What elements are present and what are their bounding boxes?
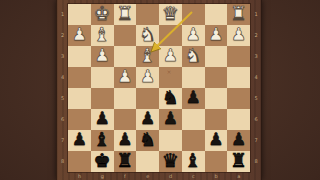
piece-black-rook: ♜ xyxy=(230,150,247,171)
rank-label-5: 5 xyxy=(57,88,68,109)
piece-white-pawn: ♟ xyxy=(72,24,87,45)
square-b5[interactable] xyxy=(205,88,228,109)
piece-black-pawn: ♟ xyxy=(117,129,132,150)
square-e1[interactable] xyxy=(136,4,159,25)
square-g1[interactable]: ♚ xyxy=(91,4,114,25)
square-g4[interactable] xyxy=(91,67,114,88)
square-f1[interactable]: ♜ xyxy=(114,4,137,25)
file-label-g: g xyxy=(91,172,114,180)
square-e2[interactable]: ♞ xyxy=(136,25,159,46)
piece-black-pawn: ♟ xyxy=(208,129,223,150)
piece-white-bishop: ♝ xyxy=(139,45,156,66)
square-f4[interactable]: ♟ xyxy=(114,67,137,88)
file-label-a: a xyxy=(227,172,250,180)
piece-black-pawn: ♟ xyxy=(95,108,110,129)
square-c4[interactable] xyxy=(182,67,205,88)
piece-black-king: ♚ xyxy=(94,150,111,171)
square-d8[interactable]: ♛ xyxy=(159,151,182,172)
square-b2[interactable]: ♟ xyxy=(205,25,228,46)
square-f7[interactable]: ♟ xyxy=(114,130,137,151)
square-f3[interactable] xyxy=(114,46,137,67)
rank-label-1: 1 xyxy=(250,4,262,25)
square-e3[interactable]: ♝ xyxy=(136,46,159,67)
square-g5[interactable] xyxy=(91,88,114,109)
rank-label-8: 8 xyxy=(57,151,68,172)
chess-board[interactable]: ♚♜♛♜♟♝♞♟♟♟♟♝♟♞♟♟♞♟♟♟♟♟♝♟♞♟♟♚♜♛♝♜ xyxy=(68,4,250,172)
square-d6[interactable]: ♟ xyxy=(159,109,182,130)
piece-black-bishop: ♝ xyxy=(185,150,202,171)
square-a4[interactable] xyxy=(227,67,250,88)
rank-label-1: 1 xyxy=(57,4,68,25)
piece-black-pawn: ♟ xyxy=(72,129,87,150)
square-a6[interactable] xyxy=(227,109,250,130)
square-h4[interactable] xyxy=(68,67,91,88)
rank-label-2: 2 xyxy=(250,25,262,46)
piece-white-pawn: ♟ xyxy=(231,24,246,45)
square-e7[interactable]: ♞ xyxy=(136,130,159,151)
rank-label-2: 2 xyxy=(57,25,68,46)
square-d1[interactable]: ♛ xyxy=(159,4,182,25)
square-h1[interactable] xyxy=(68,4,91,25)
rank-label-4: 4 xyxy=(250,67,262,88)
square-c3[interactable]: ♞ xyxy=(182,46,205,67)
piece-white-pawn: ♟ xyxy=(140,66,155,87)
square-a2[interactable]: ♟ xyxy=(227,25,250,46)
square-b8[interactable] xyxy=(205,151,228,172)
piece-white-rook: ♜ xyxy=(230,3,247,24)
piece-black-knight: ♞ xyxy=(139,129,156,150)
chess-diagram: ♚♜♛♜♟♝♞♟♟♟♟♝♟♞♟♟♞♟♟♟♟♟♝♟♞♟♟♚♜♛♝♜ 1122334… xyxy=(0,0,320,180)
square-a1[interactable]: ♜ xyxy=(227,4,250,25)
square-c8[interactable]: ♝ xyxy=(182,151,205,172)
square-d3[interactable]: ♟ xyxy=(159,46,182,67)
file-label-c: c xyxy=(182,172,205,180)
square-a5[interactable] xyxy=(227,88,250,109)
rank-label-7: 7 xyxy=(250,130,262,151)
square-f6[interactable] xyxy=(114,109,137,130)
square-a8[interactable]: ♜ xyxy=(227,151,250,172)
square-a7[interactable]: ♟ xyxy=(227,130,250,151)
square-f8[interactable]: ♜ xyxy=(114,151,137,172)
rank-label-6: 6 xyxy=(57,109,68,130)
piece-white-pawn: ♟ xyxy=(117,66,132,87)
square-h8[interactable] xyxy=(68,151,91,172)
piece-white-king: ♚ xyxy=(94,3,111,24)
square-h2[interactable]: ♟ xyxy=(68,25,91,46)
piece-white-knight: ♞ xyxy=(139,24,156,45)
square-f5[interactable] xyxy=(114,88,137,109)
piece-black-pawn: ♟ xyxy=(186,87,201,108)
rank-label-6: 6 xyxy=(250,109,262,130)
piece-black-pawn: ♟ xyxy=(140,108,155,129)
square-b3[interactable] xyxy=(205,46,228,67)
square-b4[interactable] xyxy=(205,67,228,88)
square-h7[interactable]: ♟ xyxy=(68,130,91,151)
rank-label-5: 5 xyxy=(250,88,262,109)
square-e4[interactable]: ♟ xyxy=(136,67,159,88)
piece-black-queen: ♛ xyxy=(162,150,179,171)
square-g7[interactable]: ♝ xyxy=(91,130,114,151)
square-a3[interactable] xyxy=(227,46,250,67)
square-d7[interactable] xyxy=(159,130,182,151)
square-d4[interactable] xyxy=(159,67,182,88)
square-b1[interactable] xyxy=(205,4,228,25)
square-b6[interactable] xyxy=(205,109,228,130)
square-e8[interactable] xyxy=(136,151,159,172)
square-c2[interactable]: ♟ xyxy=(182,25,205,46)
piece-white-bishop: ♝ xyxy=(94,24,111,45)
square-h5[interactable] xyxy=(68,88,91,109)
piece-black-pawn: ♟ xyxy=(163,108,178,129)
file-label-f: f xyxy=(114,172,137,180)
rank-label-4: 4 xyxy=(57,67,68,88)
square-e5[interactable] xyxy=(136,88,159,109)
piece-white-pawn: ♟ xyxy=(95,45,110,66)
square-g6[interactable]: ♟ xyxy=(91,109,114,130)
square-c7[interactable] xyxy=(182,130,205,151)
file-label-e: e xyxy=(136,172,159,180)
piece-white-pawn: ♟ xyxy=(163,45,178,66)
square-g2[interactable]: ♝ xyxy=(91,25,114,46)
square-d5[interactable]: ♞ xyxy=(159,88,182,109)
file-label-h: h xyxy=(68,172,91,180)
square-b7[interactable]: ♟ xyxy=(205,130,228,151)
piece-white-queen: ♛ xyxy=(162,3,179,24)
piece-black-bishop: ♝ xyxy=(94,129,111,150)
square-h6[interactable] xyxy=(68,109,91,130)
piece-black-knight: ♞ xyxy=(162,87,179,108)
square-g8[interactable]: ♚ xyxy=(91,151,114,172)
square-c6[interactable] xyxy=(182,109,205,130)
rank-label-7: 7 xyxy=(57,130,68,151)
file-label-b: b xyxy=(205,172,228,180)
piece-white-pawn: ♟ xyxy=(208,24,223,45)
square-c1[interactable] xyxy=(182,4,205,25)
rank-label-3: 3 xyxy=(57,46,68,67)
rank-label-3: 3 xyxy=(250,46,262,67)
square-e6[interactable]: ♟ xyxy=(136,109,159,130)
square-d2[interactable] xyxy=(159,25,182,46)
square-f2[interactable] xyxy=(114,25,137,46)
piece-white-pawn: ♟ xyxy=(186,24,201,45)
square-g3[interactable]: ♟ xyxy=(91,46,114,67)
piece-black-pawn: ♟ xyxy=(231,129,246,150)
piece-white-rook: ♜ xyxy=(116,3,133,24)
piece-white-knight: ♞ xyxy=(185,45,202,66)
piece-black-rook: ♜ xyxy=(116,150,133,171)
rank-label-8: 8 xyxy=(250,151,262,172)
square-h3[interactable] xyxy=(68,46,91,67)
square-c5[interactable]: ♟ xyxy=(182,88,205,109)
file-label-d: d xyxy=(159,172,182,180)
